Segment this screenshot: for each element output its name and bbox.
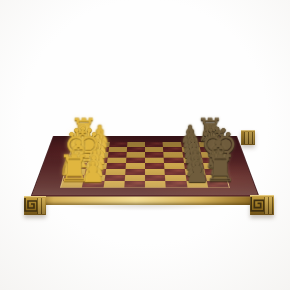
chess-piece-gold-rook: ♜ [57,148,85,187]
product-photo-canvas: ♜♞♝♛♚♝♞♜♟♟♟♟♟♟♟♟♟♟♟♟♟♟♟♟♜♞♝♛♚♝♞♜ [0,0,290,290]
board-top-surface: ♜♞♝♛♚♝♞♜♟♟♟♟♟♟♟♟♟♟♟♟♟♟♟♟♜♞♝♛♚♝♞♜ [32,136,258,196]
leg-fluting [264,197,273,214]
scroll-spiral-icon [24,196,37,213]
leg-fluting [37,198,45,214]
board-leg-front-right [250,195,274,215]
chess-piece-bronze-pawn: ♟ [183,157,211,187]
board-pieces-layer: ♜♞♝♛♚♝♞♜♟♟♟♟♟♟♟♟♟♟♟♟♟♟♟♟♜♞♝♛♚♝♞♜ [32,136,258,196]
board-leg-front-left [24,196,46,215]
scroll-spiral-icon [250,195,264,213]
board-leg-back-right [241,130,255,145]
chess-board: ♜♞♝♛♚♝♞♜♟♟♟♟♟♟♟♟♟♟♟♟♟♟♟♟♜♞♝♛♚♝♞♜ [32,136,258,196]
leg-fluting [244,132,254,144]
